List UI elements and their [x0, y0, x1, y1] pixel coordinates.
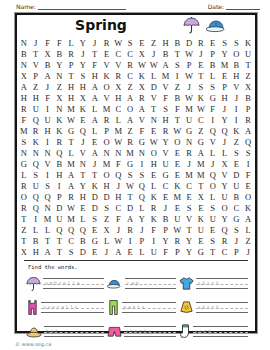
- grid-cell[interactable]: W: [112, 137, 124, 148]
- grid-cell[interactable]: T: [30, 49, 42, 60]
- grid-cell[interactable]: E: [148, 126, 160, 137]
- grid-cell[interactable]: J: [230, 93, 242, 104]
- grid-cell[interactable]: L: [42, 225, 54, 236]
- grid-cell[interactable]: J: [183, 159, 195, 170]
- grid-cell[interactable]: Q: [136, 192, 148, 203]
- grid-cell[interactable]: A: [89, 115, 101, 126]
- grid-cell[interactable]: S: [207, 82, 219, 93]
- grid-cell[interactable]: V: [230, 82, 242, 93]
- grid-cell[interactable]: R: [148, 203, 160, 214]
- write-line[interactable]: overalls: [41, 302, 104, 313]
- grid-cell[interactable]: T: [207, 247, 219, 258]
- write-line[interactable]: cap: [125, 278, 176, 289]
- grid-cell[interactable]: R: [136, 93, 148, 104]
- grid-cell[interactable]: T: [89, 49, 101, 60]
- grid-cell[interactable]: S: [18, 137, 30, 148]
- grid-cell[interactable]: U: [42, 115, 54, 126]
- grid-cell[interactable]: J: [112, 181, 124, 192]
- grid-cell[interactable]: W: [183, 93, 195, 104]
- grid-cell[interactable]: O: [101, 137, 113, 148]
- grid-cell[interactable]: H: [112, 93, 124, 104]
- grid-cell[interactable]: Y: [160, 137, 172, 148]
- grid-cell[interactable]: J: [77, 49, 89, 60]
- grid-cell[interactable]: K: [242, 38, 254, 49]
- grid-cell[interactable]: X: [101, 225, 113, 236]
- grid-cell[interactable]: A: [124, 214, 136, 225]
- grid-cell[interactable]: D: [53, 203, 65, 214]
- grid-cell[interactable]: J: [77, 137, 89, 148]
- grid-cell[interactable]: A: [242, 214, 254, 225]
- grid-cell[interactable]: C: [65, 236, 77, 247]
- grid-cell[interactable]: W: [65, 203, 77, 214]
- grid-cell[interactable]: B: [160, 49, 172, 60]
- grid-cell[interactable]: U: [148, 247, 160, 258]
- grid-cell[interactable]: P: [183, 60, 195, 71]
- grid-cell[interactable]: E: [89, 247, 101, 258]
- grid-cell[interactable]: A: [89, 93, 101, 104]
- grid-cell[interactable]: Q: [112, 170, 124, 181]
- grid-cell[interactable]: T: [18, 236, 30, 247]
- grid-cell[interactable]: T: [124, 192, 136, 203]
- grid-cell[interactable]: I: [242, 159, 254, 170]
- grid-cell[interactable]: I: [230, 115, 242, 126]
- grid-cell[interactable]: S: [101, 203, 113, 214]
- grid-cell[interactable]: E: [77, 115, 89, 126]
- grid-cell[interactable]: R: [124, 225, 136, 236]
- grid-cell[interactable]: S: [42, 181, 54, 192]
- grid-cell[interactable]: O: [207, 181, 219, 192]
- grid-cell[interactable]: R: [30, 126, 42, 137]
- grid-cell[interactable]: A: [42, 71, 54, 82]
- grid-cell[interactable]: E: [171, 170, 183, 181]
- grid-cell[interactable]: U: [30, 181, 42, 192]
- grid-cell[interactable]: G: [160, 170, 172, 181]
- grid-cell[interactable]: K: [230, 126, 242, 137]
- grid-cell[interactable]: C: [219, 247, 231, 258]
- write-line[interactable]: pants: [122, 302, 176, 313]
- grid-cell[interactable]: M: [183, 170, 195, 181]
- grid-cell[interactable]: G: [18, 159, 30, 170]
- grid-cell[interactable]: L: [148, 71, 160, 82]
- grid-cell[interactable]: R: [65, 49, 77, 60]
- grid-cell[interactable]: S: [230, 225, 242, 236]
- grid-cell[interactable]: O: [101, 82, 113, 93]
- grid-cell[interactable]: K: [30, 137, 42, 148]
- grid-cell[interactable]: U: [30, 104, 42, 115]
- grid-cell[interactable]: H: [89, 71, 101, 82]
- grid-cell[interactable]: T: [65, 71, 77, 82]
- grid-cell[interactable]: Q: [207, 170, 219, 181]
- grid-cell[interactable]: K: [77, 104, 89, 115]
- grid-cell[interactable]: Z: [242, 236, 254, 247]
- grid-cell[interactable]: G: [65, 126, 77, 137]
- grid-cell[interactable]: P: [65, 60, 77, 71]
- grid-cell[interactable]: H: [77, 82, 89, 93]
- grid-cell[interactable]: S: [195, 82, 207, 93]
- grid-cell[interactable]: P: [136, 236, 148, 247]
- grid-cell[interactable]: A: [195, 148, 207, 159]
- grid-cell[interactable]: F: [148, 225, 160, 236]
- grid-cell[interactable]: A: [124, 93, 136, 104]
- grid-cell[interactable]: K: [148, 214, 160, 225]
- grid-cell[interactable]: P: [101, 126, 113, 137]
- grid-cell[interactable]: C: [160, 181, 172, 192]
- grid-cell[interactable]: Y: [77, 38, 89, 49]
- grid-cell[interactable]: J: [219, 137, 231, 148]
- grid-cell[interactable]: R: [183, 148, 195, 159]
- grid-cell[interactable]: O: [148, 148, 160, 159]
- grid-cell[interactable]: V: [42, 159, 54, 170]
- grid-cell[interactable]: J: [160, 203, 172, 214]
- grid-cell[interactable]: I: [42, 104, 54, 115]
- grid-cell[interactable]: U: [242, 49, 254, 60]
- grid-cell[interactable]: A: [65, 170, 77, 181]
- grid-cell[interactable]: G: [124, 159, 136, 170]
- grid-cell[interactable]: F: [42, 93, 54, 104]
- grid-cell[interactable]: B: [230, 192, 242, 203]
- grid-cell[interactable]: E: [89, 137, 101, 148]
- write-line[interactable]: skirt: [196, 302, 248, 313]
- grid-cell[interactable]: T: [65, 137, 77, 148]
- grid-cell[interactable]: A: [42, 247, 54, 258]
- grid-cell[interactable]: H: [30, 93, 42, 104]
- grid-cell[interactable]: F: [207, 104, 219, 115]
- grid-cell[interactable]: R: [112, 71, 124, 82]
- grid-cell[interactable]: E: [101, 49, 113, 60]
- grid-cell[interactable]: Z: [30, 82, 42, 93]
- grid-cell[interactable]: T: [53, 247, 65, 258]
- grid-cell[interactable]: Y: [136, 214, 148, 225]
- grid-cell[interactable]: S: [219, 38, 231, 49]
- grid-cell[interactable]: E: [230, 159, 242, 170]
- grid-cell[interactable]: Z: [18, 225, 30, 236]
- grid-cell[interactable]: L: [89, 126, 101, 137]
- grid-cell[interactable]: S: [242, 148, 254, 159]
- grid-cell[interactable]: L: [207, 192, 219, 203]
- grid-cell[interactable]: E: [195, 203, 207, 214]
- grid-cell[interactable]: O: [124, 104, 136, 115]
- grid-cell[interactable]: O: [230, 49, 242, 60]
- grid-cell[interactable]: R: [195, 38, 207, 49]
- grid-cell[interactable]: G: [230, 214, 242, 225]
- grid-cell[interactable]: X: [112, 82, 124, 93]
- grid-cell[interactable]: W: [112, 236, 124, 247]
- write-line[interactable]: sock: [193, 326, 248, 337]
- grid-cell[interactable]: N: [42, 203, 54, 214]
- grid-cell[interactable]: W: [112, 38, 124, 49]
- grid-cell[interactable]: G: [207, 93, 219, 104]
- write-line[interactable]: umbrella: [43, 278, 104, 289]
- write-line[interactable]: hat: [44, 326, 104, 337]
- grid-cell[interactable]: Z: [230, 137, 242, 148]
- grid-cell[interactable]: D: [89, 203, 101, 214]
- grid-cell[interactable]: P: [160, 225, 172, 236]
- grid-cell[interactable]: T: [195, 181, 207, 192]
- grid-cell[interactable]: C: [183, 181, 195, 192]
- grid-cell[interactable]: G: [183, 126, 195, 137]
- grid-cell[interactable]: M: [65, 159, 77, 170]
- grid-cell[interactable]: E: [171, 148, 183, 159]
- grid-cell[interactable]: S: [77, 71, 89, 82]
- grid-cell[interactable]: M: [219, 60, 231, 71]
- grid-cell[interactable]: Z: [124, 126, 136, 137]
- grid-cell[interactable]: V: [219, 170, 231, 181]
- grid-cell[interactable]: N: [77, 159, 89, 170]
- grid-cell[interactable]: Z: [195, 126, 207, 137]
- grid-cell[interactable]: S: [65, 247, 77, 258]
- grid-cell[interactable]: M: [112, 126, 124, 137]
- grid-cell[interactable]: J: [101, 247, 113, 258]
- grid-cell[interactable]: L: [112, 115, 124, 126]
- grid-cell[interactable]: E: [160, 192, 172, 203]
- grid-cell[interactable]: R: [18, 203, 30, 214]
- grid-cell[interactable]: Q: [30, 203, 42, 214]
- grid-cell[interactable]: R: [101, 38, 113, 49]
- grid-cell[interactable]: A: [160, 60, 172, 71]
- grid-cell[interactable]: K: [53, 126, 65, 137]
- grid-cell[interactable]: S: [230, 38, 242, 49]
- grid-cell[interactable]: F: [160, 247, 172, 258]
- grid-cell[interactable]: K: [53, 115, 65, 126]
- grid-cell[interactable]: Y: [77, 60, 89, 71]
- grid-cell[interactable]: V: [160, 82, 172, 93]
- grid-cell[interactable]: J: [207, 159, 219, 170]
- grid-cell[interactable]: N: [18, 38, 30, 49]
- grid-cell[interactable]: M: [171, 192, 183, 203]
- grid-cell[interactable]: M: [195, 170, 207, 181]
- grid-cell[interactable]: T: [42, 236, 54, 247]
- grid-cell[interactable]: M: [65, 104, 77, 115]
- grid-cell[interactable]: P: [30, 71, 42, 82]
- grid-cell[interactable]: N: [53, 71, 65, 82]
- grid-cell[interactable]: X: [42, 49, 54, 60]
- grid-cell[interactable]: W: [136, 60, 148, 71]
- grid-cell[interactable]: R: [124, 60, 136, 71]
- grid-cell[interactable]: A: [124, 115, 136, 126]
- grid-cell[interactable]: M: [101, 104, 113, 115]
- grid-cell[interactable]: T: [195, 71, 207, 82]
- grid-cell[interactable]: L: [242, 225, 254, 236]
- grid-cell[interactable]: Q: [242, 137, 254, 148]
- grid-cell[interactable]: B: [160, 214, 172, 225]
- grid-cell[interactable]: V: [148, 93, 160, 104]
- grid-cell[interactable]: Q: [219, 225, 231, 236]
- grid-cell[interactable]: H: [18, 93, 30, 104]
- grid-cell[interactable]: C: [124, 71, 136, 82]
- grid-cell[interactable]: F: [42, 38, 54, 49]
- grid-cell[interactable]: T: [148, 104, 160, 115]
- grid-cell[interactable]: L: [136, 203, 148, 214]
- grid-cell[interactable]: U: [171, 214, 183, 225]
- grid-cell[interactable]: H: [160, 38, 172, 49]
- grid-cell[interactable]: A: [89, 82, 101, 93]
- grid-cell[interactable]: Z: [101, 214, 113, 225]
- grid-cell[interactable]: K: [101, 71, 113, 82]
- grid-cell[interactable]: V: [183, 214, 195, 225]
- grid-cell[interactable]: J: [30, 38, 42, 49]
- grid-cell[interactable]: C: [112, 104, 124, 115]
- grid-cell[interactable]: K: [195, 214, 207, 225]
- grid-cell[interactable]: E: [219, 71, 231, 82]
- grid-cell[interactable]: W: [171, 225, 183, 236]
- grid-cell[interactable]: L: [65, 38, 77, 49]
- grid-cell[interactable]: T: [53, 236, 65, 247]
- grid-cell[interactable]: X: [219, 159, 231, 170]
- grid-cell[interactable]: J: [42, 82, 54, 93]
- grid-cell[interactable]: U: [230, 181, 242, 192]
- grid-cell[interactable]: Q: [77, 126, 89, 137]
- grid-cell[interactable]: Y: [183, 236, 195, 247]
- grid-cell[interactable]: M: [124, 148, 136, 159]
- grid-cell[interactable]: B: [230, 60, 242, 71]
- grid-cell[interactable]: G: [89, 236, 101, 247]
- grid-cell[interactable]: F: [112, 159, 124, 170]
- grid-cell[interactable]: W: [65, 115, 77, 126]
- grid-cell[interactable]: L: [136, 247, 148, 258]
- grid-cell[interactable]: R: [219, 236, 231, 247]
- grid-cell[interactable]: O: [18, 192, 30, 203]
- grid-cell[interactable]: A: [89, 148, 101, 159]
- grid-cell[interactable]: D: [124, 203, 136, 214]
- grid-cell[interactable]: R: [65, 192, 77, 203]
- grid-cell[interactable]: W: [195, 104, 207, 115]
- grid-cell[interactable]: F: [53, 38, 65, 49]
- grid-cell[interactable]: X: [18, 71, 30, 82]
- grid-cell[interactable]: Y: [160, 236, 172, 247]
- grid-cell[interactable]: Y: [219, 115, 231, 126]
- grid-cell[interactable]: J: [148, 49, 160, 60]
- grid-cell[interactable]: B: [207, 60, 219, 71]
- grid-cell[interactable]: M: [183, 104, 195, 115]
- grid-cell[interactable]: P: [207, 49, 219, 60]
- grid-cell[interactable]: P: [171, 247, 183, 258]
- grid-cell[interactable]: W: [171, 126, 183, 137]
- grid-cell[interactable]: Z: [148, 38, 160, 49]
- grid-cell[interactable]: A: [242, 126, 254, 137]
- grid-cell[interactable]: T: [242, 60, 254, 71]
- grid-cell[interactable]: I: [42, 170, 54, 181]
- grid-cell[interactable]: L: [219, 148, 231, 159]
- grid-cell[interactable]: R: [53, 137, 65, 148]
- grid-cell[interactable]: D: [77, 247, 89, 258]
- grid-cell[interactable]: A: [18, 82, 30, 93]
- grid-cell[interactable]: X: [77, 93, 89, 104]
- grid-cell[interactable]: T: [171, 115, 183, 126]
- grid-cell[interactable]: O: [242, 192, 254, 203]
- grid-cell[interactable]: R: [101, 115, 113, 126]
- grid-cell[interactable]: A: [136, 104, 148, 115]
- grid-cell[interactable]: V: [136, 115, 148, 126]
- grid-cell[interactable]: C: [124, 49, 136, 60]
- grid-cell[interactable]: I: [148, 236, 160, 247]
- grid-cell[interactable]: J: [136, 225, 148, 236]
- grid-cell[interactable]: S: [160, 104, 172, 115]
- grid-cell[interactable]: Z: [124, 82, 136, 93]
- grid-cell[interactable]: C: [230, 203, 242, 214]
- grid-cell[interactable]: V: [160, 148, 172, 159]
- grid-cell[interactable]: M: [101, 159, 113, 170]
- grid-cell[interactable]: L: [207, 71, 219, 82]
- grid-cell[interactable]: M: [18, 126, 30, 137]
- grid-cell[interactable]: M: [195, 159, 207, 170]
- grid-cell[interactable]: K: [148, 192, 160, 203]
- grid-cell[interactable]: T: [171, 49, 183, 60]
- grid-cell[interactable]: Q: [42, 192, 54, 203]
- grid-cell[interactable]: F: [160, 93, 172, 104]
- grid-cell[interactable]: O: [219, 203, 231, 214]
- grid-cell[interactable]: I: [53, 181, 65, 192]
- grid-cell[interactable]: O: [171, 137, 183, 148]
- grid-cell[interactable]: B: [53, 159, 65, 170]
- grid-cell[interactable]: C: [112, 49, 124, 60]
- grid-cell[interactable]: S: [230, 148, 242, 159]
- grid-cell[interactable]: K: [195, 93, 207, 104]
- grid-cell[interactable]: X: [18, 247, 30, 258]
- grid-cell[interactable]: H: [30, 247, 42, 258]
- grid-cell[interactable]: W: [183, 71, 195, 82]
- grid-cell[interactable]: M: [160, 71, 172, 82]
- grid-cell[interactable]: R: [171, 236, 183, 247]
- grid-cell[interactable]: P: [219, 82, 231, 93]
- grid-cell[interactable]: V: [30, 60, 42, 71]
- grid-cell[interactable]: R: [18, 104, 30, 115]
- grid-cell[interactable]: H: [160, 115, 172, 126]
- grid-cell[interactable]: T: [18, 214, 30, 225]
- grid-cell[interactable]: L: [148, 181, 160, 192]
- grid-cell[interactable]: Y: [53, 60, 65, 71]
- grid-cell[interactable]: D: [148, 82, 160, 93]
- grid-cell[interactable]: C: [195, 115, 207, 126]
- date-input-line[interactable]: [226, 2, 260, 10]
- grid-cell[interactable]: Q: [65, 225, 77, 236]
- grid-cell[interactable]: H: [230, 71, 242, 82]
- grid-cell[interactable]: O: [101, 170, 113, 181]
- grid-cell[interactable]: K: [242, 203, 254, 214]
- grid-cell[interactable]: D: [230, 170, 242, 181]
- grid-cell[interactable]: S: [124, 38, 136, 49]
- grid-cell[interactable]: P: [230, 247, 242, 258]
- grid-cell[interactable]: E: [207, 38, 219, 49]
- grid-cell[interactable]: Q: [30, 192, 42, 203]
- grid-cell[interactable]: L: [30, 225, 42, 236]
- grid-cell[interactable]: I: [136, 159, 148, 170]
- grid-cell[interactable]: H: [65, 93, 77, 104]
- grid-cell[interactable]: X: [136, 82, 148, 93]
- grid-cell[interactable]: V: [101, 93, 113, 104]
- name-input-line[interactable]: [38, 2, 126, 10]
- grid-cell[interactable]: R: [160, 126, 172, 137]
- grid-cell[interactable]: Z: [242, 71, 254, 82]
- grid-cell[interactable]: N: [101, 148, 113, 159]
- grid-cell[interactable]: Z: [53, 82, 65, 93]
- grid-cell[interactable]: B: [30, 236, 42, 247]
- grid-cell[interactable]: F: [18, 115, 30, 126]
- grid-cell[interactable]: X: [53, 93, 65, 104]
- grid-cell[interactable]: Y: [183, 247, 195, 258]
- grid-cell[interactable]: P: [53, 192, 65, 203]
- grid-cell[interactable]: N: [112, 148, 124, 159]
- grid-cell[interactable]: S: [183, 203, 195, 214]
- grid-cell[interactable]: S: [136, 170, 148, 181]
- grid-cell[interactable]: B: [242, 93, 254, 104]
- grid-cell[interactable]: T: [77, 170, 89, 181]
- grid-cell[interactable]: L: [18, 170, 30, 181]
- grid-cell[interactable]: G: [195, 137, 207, 148]
- grid-cell[interactable]: U: [53, 214, 65, 225]
- grid-cell[interactable]: U: [219, 192, 231, 203]
- grid-cell[interactable]: J: [89, 38, 101, 49]
- grid-cell[interactable]: J: [219, 104, 231, 115]
